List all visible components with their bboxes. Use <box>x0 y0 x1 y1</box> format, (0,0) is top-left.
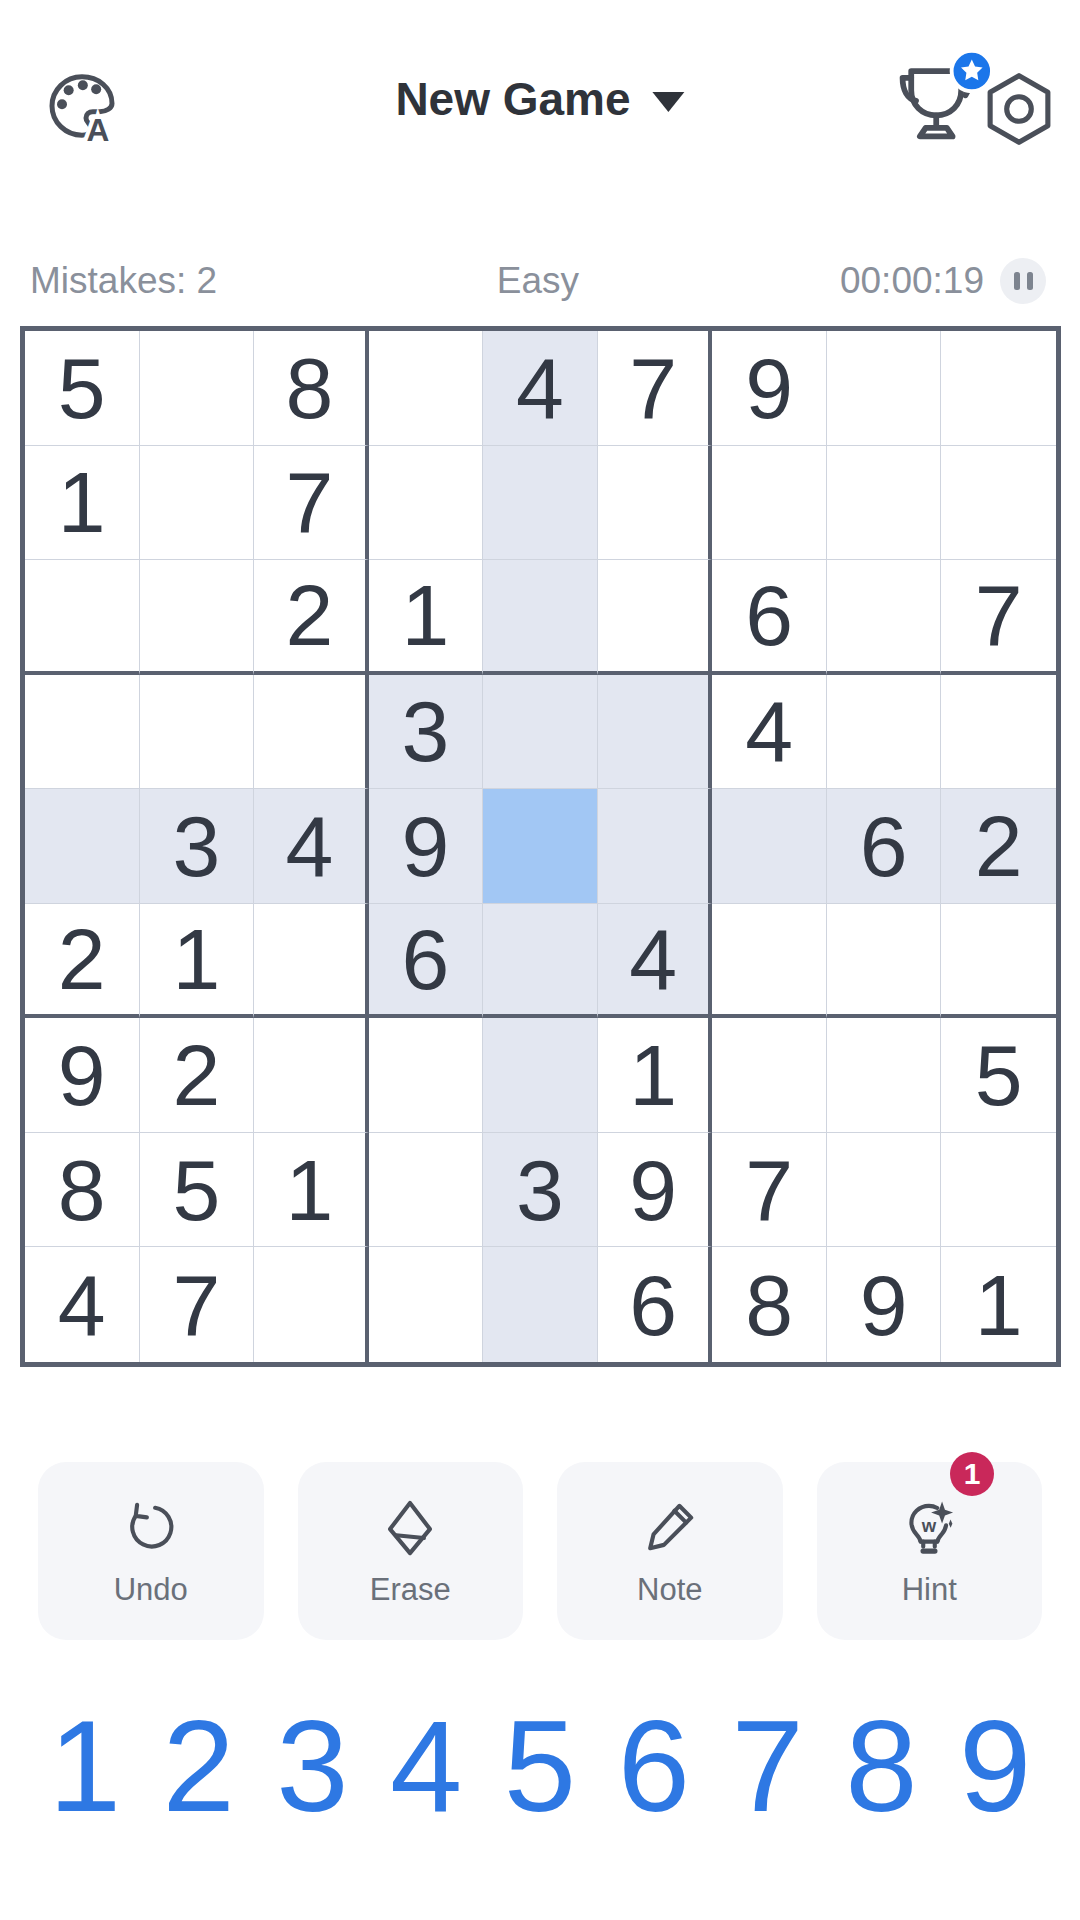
cell-r2c2[interactable] <box>140 446 255 561</box>
cell-r1c6[interactable]: 7 <box>598 331 713 446</box>
cell-r8c8[interactable] <box>827 1133 942 1248</box>
game-mode-dropdown[interactable]: New Game <box>395 72 684 126</box>
cell-r4c5[interactable] <box>483 675 598 790</box>
cell-r3c8[interactable] <box>827 560 942 675</box>
cell-r1c9[interactable] <box>941 331 1056 446</box>
pause-button[interactable] <box>1000 258 1046 304</box>
cell-r1c3[interactable]: 8 <box>254 331 369 446</box>
numpad-8[interactable]: 8 <box>824 1698 938 1835</box>
note-label: Note <box>637 1572 702 1608</box>
cell-r9c9[interactable]: 1 <box>941 1247 1056 1362</box>
cell-r3c4[interactable]: 1 <box>369 560 484 675</box>
svg-text:w: w <box>921 1515 937 1536</box>
palette-icon: A <box>42 66 122 146</box>
cell-r8c3[interactable]: 1 <box>254 1133 369 1248</box>
eraser-icon <box>377 1494 443 1560</box>
cell-r9c6[interactable]: 6 <box>598 1247 713 1362</box>
cell-r8c4[interactable] <box>369 1133 484 1248</box>
cell-r1c8[interactable] <box>827 331 942 446</box>
numpad-4[interactable]: 4 <box>369 1698 483 1835</box>
chevron-down-icon <box>653 92 685 112</box>
difficulty-label: Easy <box>497 260 579 302</box>
pencil-icon <box>637 1494 703 1560</box>
cell-r3c6[interactable] <box>598 560 713 675</box>
cell-r5c3[interactable]: 4 <box>254 789 369 904</box>
cell-r9c1[interactable]: 4 <box>25 1247 140 1362</box>
cell-r6c3[interactable] <box>254 904 369 1019</box>
cell-r6c5[interactable] <box>483 904 598 1019</box>
cell-r6c8[interactable] <box>827 904 942 1019</box>
cell-r6c1[interactable]: 2 <box>25 904 140 1019</box>
cell-r8c7[interactable]: 7 <box>712 1133 827 1248</box>
cell-r2c9[interactable] <box>941 446 1056 561</box>
cell-r6c4[interactable]: 6 <box>369 904 484 1019</box>
lightbulb-hint-icon: w <box>896 1494 962 1560</box>
undo-icon <box>118 1494 184 1560</box>
cell-r4c8[interactable] <box>827 675 942 790</box>
cell-r1c7[interactable]: 9 <box>712 331 827 446</box>
undo-label: Undo <box>114 1572 188 1608</box>
cell-r3c5[interactable] <box>483 560 598 675</box>
hint-badge: 1 <box>950 1452 994 1496</box>
cell-r4c6[interactable] <box>598 675 713 790</box>
cell-r2c7[interactable] <box>712 446 827 561</box>
numpad-3[interactable]: 3 <box>256 1698 370 1835</box>
hexagon-settings-icon <box>978 68 1060 150</box>
cell-r8c1[interactable]: 8 <box>25 1133 140 1248</box>
cell-r3c9[interactable]: 7 <box>941 560 1056 675</box>
cell-r6c9[interactable] <box>941 904 1056 1019</box>
cell-r7c1[interactable]: 9 <box>25 1018 140 1133</box>
cell-r1c4[interactable] <box>369 331 484 446</box>
undo-button[interactable]: Undo <box>38 1462 264 1640</box>
cell-r3c7[interactable]: 6 <box>712 560 827 675</box>
cell-r2c4[interactable] <box>369 446 484 561</box>
cell-r1c1[interactable]: 5 <box>25 331 140 446</box>
cell-r6c2[interactable]: 1 <box>140 904 255 1019</box>
top-bar: A New Game <box>0 0 1080 190</box>
cell-r2c8[interactable] <box>827 446 942 561</box>
cell-r1c5[interactable]: 4 <box>483 331 598 446</box>
timer: 00:00:19 <box>840 260 984 302</box>
cell-r8c9[interactable] <box>941 1133 1056 1248</box>
cell-r3c1[interactable] <box>25 560 140 675</box>
cell-r5c1[interactable] <box>25 789 140 904</box>
numpad-5[interactable]: 5 <box>483 1698 597 1835</box>
status-bar: Mistakes: 2 Easy 00:00:19 <box>30 256 1046 306</box>
cell-r9c7[interactable]: 8 <box>712 1247 827 1362</box>
svg-text:A: A <box>86 112 109 146</box>
numpad-2[interactable]: 2 <box>142 1698 256 1835</box>
cell-r2c5[interactable] <box>483 446 598 561</box>
trophy-button[interactable] <box>892 48 992 152</box>
cell-r7c7[interactable] <box>712 1018 827 1133</box>
cell-r7c5[interactable] <box>483 1018 598 1133</box>
cell-r5c5[interactable] <box>483 789 598 904</box>
theme-button[interactable]: A <box>42 66 122 148</box>
cell-r4c9[interactable] <box>941 675 1056 790</box>
cell-r9c8[interactable]: 9 <box>827 1247 942 1362</box>
cell-r5c9[interactable]: 2 <box>941 789 1056 904</box>
mistakes-counter: Mistakes: 2 <box>30 260 217 302</box>
cell-r4c4[interactable]: 3 <box>369 675 484 790</box>
erase-label: Erase <box>370 1572 451 1608</box>
cell-r7c3[interactable] <box>254 1018 369 1133</box>
cell-r2c6[interactable] <box>598 446 713 561</box>
cell-r3c2[interactable] <box>140 560 255 675</box>
cell-r5c4[interactable]: 9 <box>369 789 484 904</box>
cell-r9c2[interactable]: 7 <box>140 1247 255 1362</box>
trophy-icon <box>892 48 992 152</box>
cell-r9c5[interactable] <box>483 1247 598 1362</box>
cell-r5c2[interactable]: 3 <box>140 789 255 904</box>
note-button[interactable]: Note <box>557 1462 783 1640</box>
cell-r4c3[interactable] <box>254 675 369 790</box>
settings-button[interactable] <box>978 68 1060 150</box>
cell-r4c2[interactable] <box>140 675 255 790</box>
cell-r7c8[interactable] <box>827 1018 942 1133</box>
cell-r5c8[interactable]: 6 <box>827 789 942 904</box>
page-title: New Game <box>395 72 630 126</box>
cell-r9c4[interactable] <box>369 1247 484 1362</box>
cell-r5c6[interactable] <box>598 789 713 904</box>
cell-r7c6[interactable]: 1 <box>598 1018 713 1133</box>
cell-r9c3[interactable] <box>254 1247 369 1362</box>
cell-r4c7[interactable]: 4 <box>712 675 827 790</box>
cell-r2c1[interactable]: 1 <box>25 446 140 561</box>
cell-r7c2[interactable]: 2 <box>140 1018 255 1133</box>
cell-r5c7[interactable] <box>712 789 827 904</box>
hint-button[interactable]: w Hint 1 <box>817 1462 1043 1640</box>
toolbar: Undo Erase Note w Hint 1 <box>38 1462 1042 1640</box>
numpad-6[interactable]: 6 <box>597 1698 711 1835</box>
pause-icon <box>1014 272 1020 290</box>
cell-r3c3[interactable]: 2 <box>254 560 369 675</box>
hint-label: Hint <box>902 1572 957 1608</box>
cell-r8c2[interactable]: 5 <box>140 1133 255 1248</box>
cell-r2c3[interactable]: 7 <box>254 446 369 561</box>
erase-button[interactable]: Erase <box>298 1462 524 1640</box>
cell-r7c9[interactable]: 5 <box>941 1018 1056 1133</box>
numpad: 123456789 <box>28 1698 1052 1835</box>
cell-r4c1[interactable] <box>25 675 140 790</box>
cell-r6c7[interactable] <box>712 904 827 1019</box>
numpad-9[interactable]: 9 <box>938 1698 1052 1835</box>
cell-r8c5[interactable]: 3 <box>483 1133 598 1248</box>
cell-r7c4[interactable] <box>369 1018 484 1133</box>
numpad-7[interactable]: 7 <box>711 1698 825 1835</box>
sudoku-board: 58479172167343496221649215851397476891 <box>20 326 1061 1367</box>
cell-r1c2[interactable] <box>140 331 255 446</box>
cell-r8c6[interactable]: 9 <box>598 1133 713 1248</box>
cell-r6c6[interactable]: 4 <box>598 904 713 1019</box>
numpad-1[interactable]: 1 <box>28 1698 142 1835</box>
